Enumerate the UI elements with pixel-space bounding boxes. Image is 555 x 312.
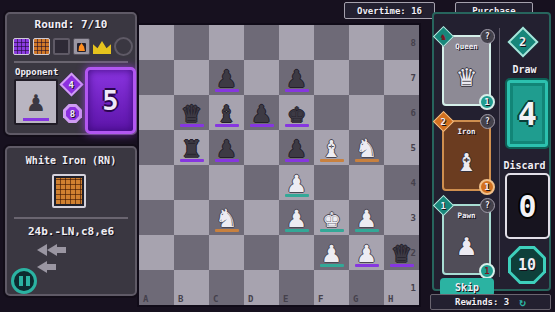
board-grid-purple-icon bbox=[13, 38, 30, 55]
square-f6[interactable] bbox=[314, 95, 349, 130]
pawn-help-icon[interactable]: ? bbox=[480, 198, 495, 213]
square-b2[interactable] bbox=[174, 235, 209, 270]
square-f5[interactable]: ♝ bbox=[314, 130, 349, 165]
knight-cost-icon: ♞ bbox=[441, 31, 446, 41]
furnace-icon bbox=[73, 38, 90, 55]
file-label: G bbox=[353, 294, 358, 304]
round-panel: Round: 7/10 Opponent ♟ 4 8 5 bbox=[5, 12, 137, 135]
square-h1[interactable]: 1H bbox=[384, 270, 419, 305]
square-b4[interactable] bbox=[174, 165, 209, 200]
piece-black-queen[interactable]: ♛ bbox=[174, 95, 209, 130]
iron-board-icon[interactable] bbox=[52, 174, 86, 208]
square-g8[interactable] bbox=[349, 25, 384, 60]
player-panel: White Iron (RN) 24b.-LN,c8,e6 bbox=[5, 146, 137, 296]
square-d1[interactable]: D bbox=[244, 270, 279, 305]
rank-label: 4 bbox=[411, 178, 416, 188]
piece-white-knight[interactable]: ♞ bbox=[349, 130, 384, 165]
piece-base-bar bbox=[23, 118, 49, 121]
square-h2[interactable]: 2♛ bbox=[384, 235, 419, 270]
shop-card-queen[interactable]: Queen ♛ ♞ ? 1 bbox=[442, 35, 491, 106]
energy-badge: 2 bbox=[507, 26, 538, 57]
opponent-diamond-badge: 4 bbox=[59, 72, 83, 96]
piece-white-knight[interactable]: ♞ bbox=[209, 200, 244, 235]
piece-black-pawn[interactable]: ♟ bbox=[244, 95, 279, 130]
gold-badge: 10 bbox=[508, 246, 546, 284]
opponent-octagon-badge: 8 bbox=[63, 104, 82, 123]
rank-label: 6 bbox=[411, 108, 416, 118]
board-grid-orange-icon bbox=[33, 38, 50, 55]
square-e2[interactable] bbox=[279, 235, 314, 270]
square-h7[interactable]: 7 bbox=[384, 60, 419, 95]
square-c8[interactable] bbox=[209, 25, 244, 60]
file-label: D bbox=[248, 294, 253, 304]
piece-white-pawn[interactable]: ♟ bbox=[349, 235, 384, 270]
square-b8[interactable] bbox=[174, 25, 209, 60]
file-label: B bbox=[178, 294, 183, 304]
square-b3[interactable] bbox=[174, 200, 209, 235]
square-e4[interactable]: ♟ bbox=[279, 165, 314, 200]
discard-pile[interactable]: 0 bbox=[505, 173, 550, 239]
round-counter: Round: 7/10 bbox=[7, 18, 135, 31]
square-a1[interactable]: A bbox=[139, 270, 174, 305]
divider bbox=[14, 217, 128, 219]
chess-board[interactable]: 8♟♟7♛♝♟♚6♜♟♟♝♞5♟4♞♟♚♟3♟♟2♛ABCDEFG1H bbox=[139, 25, 419, 305]
square-g2[interactable]: ♟ bbox=[349, 235, 384, 270]
square-h5[interactable]: 5 bbox=[384, 130, 419, 165]
square-f3[interactable]: ♚ bbox=[314, 200, 349, 235]
square-d3[interactable] bbox=[244, 200, 279, 235]
square-g1[interactable]: G bbox=[349, 270, 384, 305]
square-g7[interactable] bbox=[349, 60, 384, 95]
square-b1[interactable]: B bbox=[174, 270, 209, 305]
file-label: F bbox=[318, 294, 323, 304]
piece-black-queen[interactable]: ♛ bbox=[384, 235, 419, 270]
square-a2[interactable] bbox=[139, 235, 174, 270]
draw-label: Draw bbox=[500, 64, 549, 75]
piece-white-pawn[interactable]: ♟ bbox=[279, 165, 314, 200]
square-e1[interactable]: E bbox=[279, 270, 314, 305]
opponent-piece-portrait: ♟ bbox=[14, 79, 58, 125]
square-f7[interactable] bbox=[314, 60, 349, 95]
file-label: C bbox=[213, 294, 218, 304]
iron-count-badge: 1 bbox=[479, 179, 495, 195]
circle-slot-icon bbox=[114, 37, 133, 56]
rank-label: 8 bbox=[411, 38, 416, 48]
divider bbox=[14, 61, 128, 63]
rank-label: 7 bbox=[411, 73, 416, 83]
square-c7[interactable]: ♟ bbox=[209, 60, 244, 95]
black-pawn-icon: ♟ bbox=[16, 81, 56, 123]
shop-card-iron[interactable]: Iron ♝ 2 ? 1 bbox=[442, 120, 491, 191]
square-c4[interactable] bbox=[209, 165, 244, 200]
piece-white-pawn[interactable]: ♟ bbox=[314, 235, 349, 270]
iron-help-icon[interactable]: ? bbox=[480, 114, 495, 129]
square-g5[interactable]: ♞ bbox=[349, 130, 384, 165]
piece-black-pawn[interactable]: ♟ bbox=[279, 130, 314, 165]
square-h8[interactable]: 8 bbox=[384, 25, 419, 60]
rewind-all-button[interactable] bbox=[37, 244, 66, 256]
square-a3[interactable] bbox=[139, 200, 174, 235]
square-b7[interactable] bbox=[174, 60, 209, 95]
square-b6[interactable]: ♛ bbox=[174, 95, 209, 130]
draw-pile[interactable]: 4 bbox=[505, 78, 550, 149]
square-d8[interactable] bbox=[244, 25, 279, 60]
rewinds-bar: Rewinds: 3 ↻ bbox=[430, 294, 551, 310]
file-label: H bbox=[388, 294, 393, 304]
square-c1[interactable]: C bbox=[209, 270, 244, 305]
square-d5[interactable] bbox=[244, 130, 279, 165]
shop-panel: Queen ♛ ♞ ? 1 Iron ♝ 2 ? 1 Pawn ♟ 1 ? 1 bbox=[432, 12, 551, 291]
square-f4[interactable] bbox=[314, 165, 349, 200]
file-label: E bbox=[283, 294, 288, 304]
square-f2[interactable]: ♟ bbox=[314, 235, 349, 270]
white-pawn-icon: ♟ bbox=[444, 220, 489, 269]
round-type-icons bbox=[13, 37, 133, 56]
square-d7[interactable] bbox=[244, 60, 279, 95]
square-e3[interactable]: ♟ bbox=[279, 200, 314, 235]
game-screen: Round: 7/10 Opponent ♟ 4 8 5 White Iro bbox=[0, 0, 555, 312]
square-h4[interactable]: 4 bbox=[384, 165, 419, 200]
square-d2[interactable] bbox=[244, 235, 279, 270]
last-move-text: 24b.-LN,c8,e6 bbox=[7, 225, 135, 238]
rank-label: 5 bbox=[411, 143, 416, 153]
square-g4[interactable] bbox=[349, 165, 384, 200]
square-e8[interactable] bbox=[279, 25, 314, 60]
square-a6[interactable] bbox=[139, 95, 174, 130]
square-a4[interactable] bbox=[139, 165, 174, 200]
queen-help-icon[interactable]: ? bbox=[480, 29, 495, 44]
piece-white-king[interactable]: ♚ bbox=[314, 200, 349, 235]
pawn-count-badge: 1 bbox=[479, 263, 495, 279]
square-c6[interactable]: ♝ bbox=[209, 95, 244, 130]
piece-black-pawn[interactable]: ♟ bbox=[209, 130, 244, 165]
shop-card-pawn[interactable]: Pawn ♟ 1 ? 1 bbox=[442, 204, 491, 275]
square-d4[interactable] bbox=[244, 165, 279, 200]
player-title: White Iron (RN) bbox=[7, 155, 135, 166]
queen-count-badge: 1 bbox=[479, 94, 495, 110]
piece-black-pawn[interactable]: ♟ bbox=[209, 60, 244, 95]
rewind-circle-icon[interactable]: ↻ bbox=[519, 296, 526, 309]
square-c2[interactable] bbox=[209, 235, 244, 270]
square-f1[interactable]: F bbox=[314, 270, 349, 305]
opponent-label: Opponent bbox=[15, 67, 58, 77]
square-f8[interactable] bbox=[314, 25, 349, 60]
white-queen-icon: ♛ bbox=[444, 51, 489, 100]
overtime-counter: Overtime: 16 bbox=[344, 2, 435, 19]
square-g3[interactable]: ♟ bbox=[349, 200, 384, 235]
square-e6[interactable]: ♚ bbox=[279, 95, 314, 130]
square-d6[interactable]: ♟ bbox=[244, 95, 279, 130]
square-a7[interactable] bbox=[139, 60, 174, 95]
square-c5[interactable]: ♟ bbox=[209, 130, 244, 165]
white-iron-piece-icon: ♝ bbox=[444, 136, 489, 185]
piece-white-pawn[interactable]: ♟ bbox=[349, 200, 384, 235]
square-g6[interactable] bbox=[349, 95, 384, 130]
piece-black-king[interactable]: ♚ bbox=[279, 95, 314, 130]
square-a8[interactable] bbox=[139, 25, 174, 60]
discard-label: Discard bbox=[500, 160, 549, 171]
rewind-one-button[interactable] bbox=[37, 261, 56, 273]
square-c3[interactable]: ♞ bbox=[209, 200, 244, 235]
square-b5[interactable]: ♜ bbox=[174, 130, 209, 165]
empty-slot-icon bbox=[53, 38, 70, 55]
crown-icon bbox=[93, 41, 111, 54]
piece-white-pawn[interactable]: ♟ bbox=[279, 200, 314, 235]
file-label: A bbox=[143, 294, 148, 304]
piece-black-bishop[interactable]: ♝ bbox=[209, 95, 244, 130]
piece-black-rook[interactable]: ♜ bbox=[174, 130, 209, 165]
square-e7[interactable]: ♟ bbox=[279, 60, 314, 95]
pause-button[interactable] bbox=[11, 268, 37, 294]
rank-label: 3 bbox=[411, 213, 416, 223]
opponent-card: 5 bbox=[85, 67, 136, 134]
rank-label: 1 bbox=[411, 283, 416, 293]
square-h6[interactable]: 6 bbox=[384, 95, 419, 130]
piece-black-pawn[interactable]: ♟ bbox=[279, 60, 314, 95]
rewinds-count: Rewinds: 3 bbox=[455, 297, 509, 307]
piece-white-bishop[interactable]: ♝ bbox=[314, 130, 349, 165]
square-e5[interactable]: ♟ bbox=[279, 130, 314, 165]
square-a5[interactable] bbox=[139, 130, 174, 165]
square-h3[interactable]: 3 bbox=[384, 200, 419, 235]
